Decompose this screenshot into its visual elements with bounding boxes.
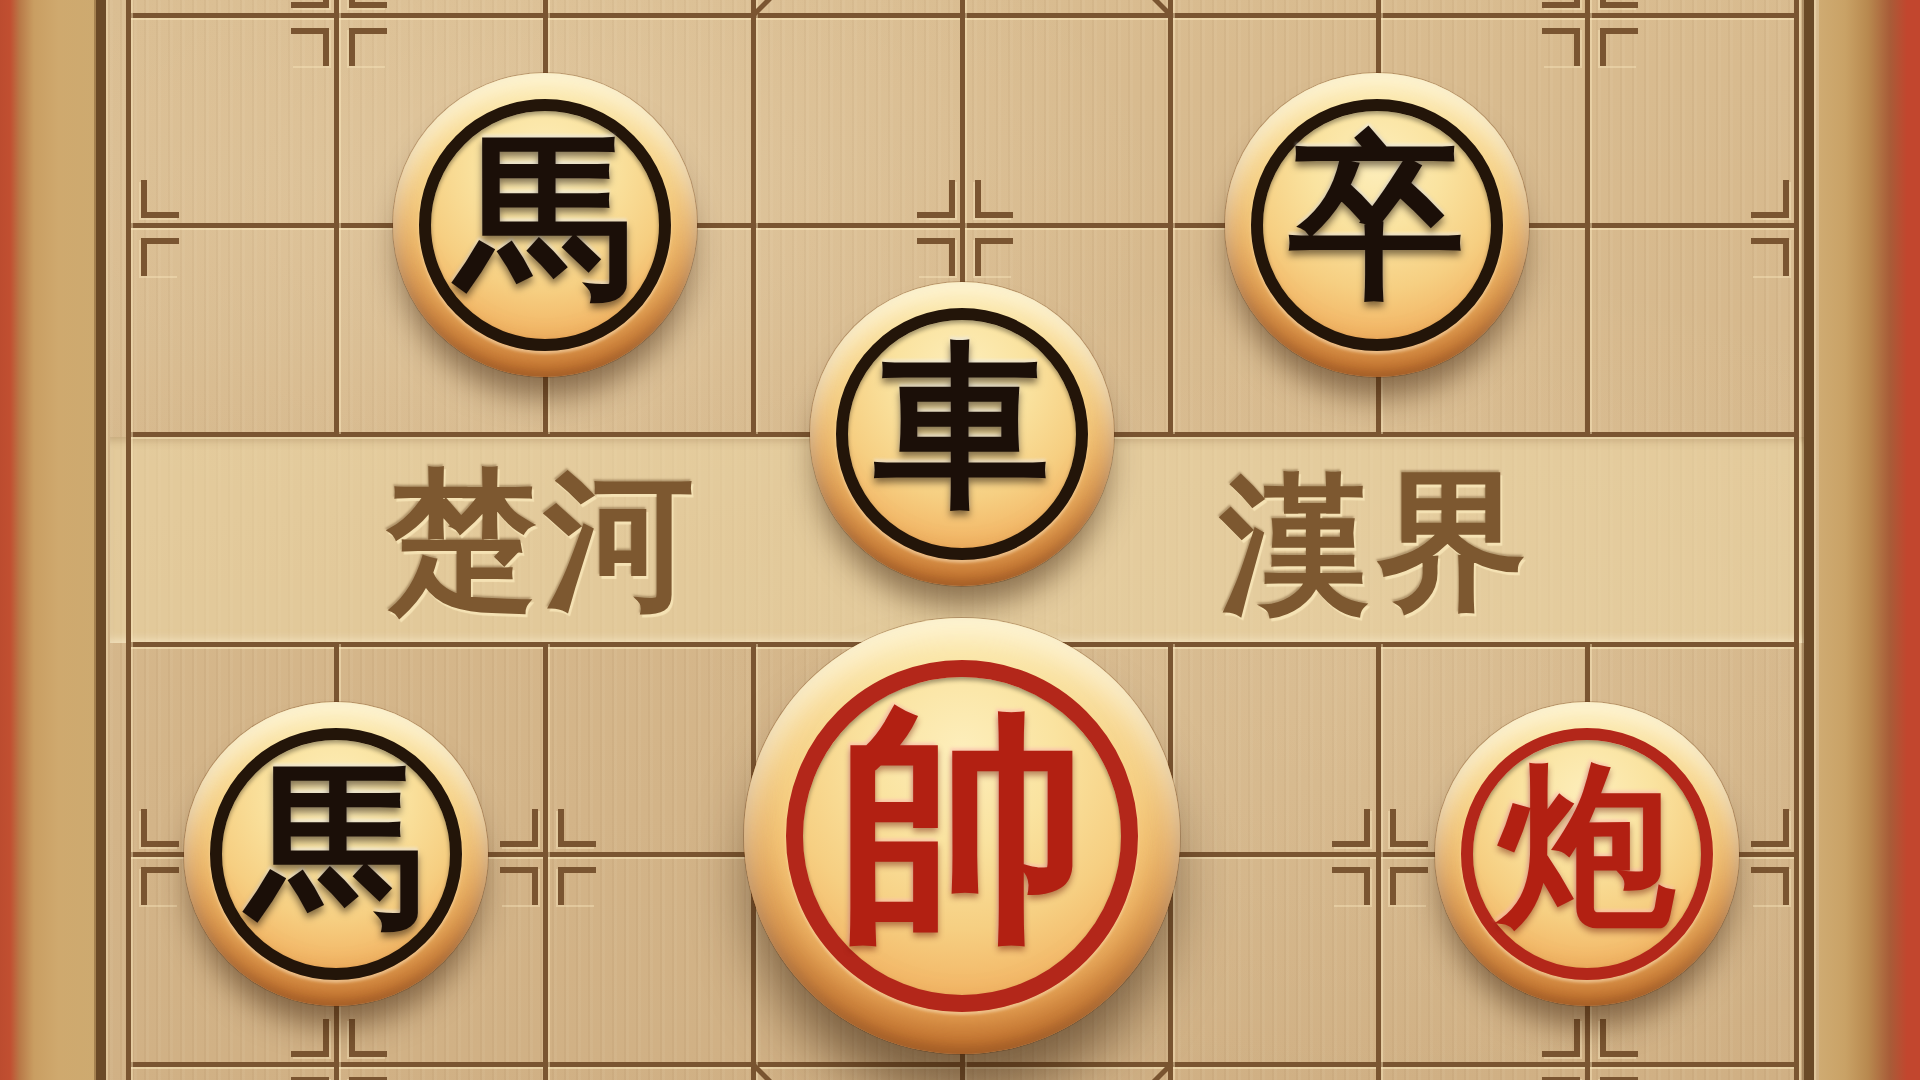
river-label: 界 xyxy=(1377,467,1527,617)
point-marker-bracket xyxy=(917,238,955,276)
point-marker-bracket xyxy=(558,867,596,905)
river-label: 河 xyxy=(544,467,694,617)
point-marker-bracket xyxy=(500,867,538,905)
file-line xyxy=(751,0,756,434)
piece-red-general[interactable]: 帥 xyxy=(744,618,1180,1054)
file-line xyxy=(1168,0,1173,434)
file-line xyxy=(334,0,339,434)
point-marker-bracket xyxy=(141,238,179,276)
point-marker-bracket xyxy=(291,28,329,66)
piece-black-horse[interactable]: 馬 xyxy=(184,702,488,1006)
piece-red-cannon[interactable]: 炮 xyxy=(1435,702,1739,1006)
point-marker-bracket xyxy=(1332,809,1370,847)
point-marker-bracket xyxy=(1751,180,1789,218)
point-marker-bracket xyxy=(1542,28,1580,66)
point-marker-bracket xyxy=(1751,238,1789,276)
file-line xyxy=(1585,0,1590,434)
point-marker-bracket xyxy=(1390,809,1428,847)
point-marker-bracket xyxy=(349,1019,387,1057)
board-right-margin-and-red-frame xyxy=(1819,0,1920,1080)
point-marker-bracket xyxy=(1600,1019,1638,1057)
point-marker-bracket xyxy=(500,809,538,847)
point-marker-bracket xyxy=(1332,867,1370,905)
piece-glyph: 馬 xyxy=(248,760,424,936)
board-border-line xyxy=(96,0,106,1080)
piece-glyph: 車 xyxy=(874,340,1050,516)
piece-glyph: 炮 xyxy=(1499,760,1675,936)
point-marker-bracket xyxy=(1600,0,1638,8)
point-marker-bracket xyxy=(917,180,955,218)
point-marker-bracket xyxy=(1751,867,1789,905)
point-marker-bracket xyxy=(349,0,387,8)
point-marker-bracket xyxy=(558,809,596,847)
file-line xyxy=(543,644,548,1080)
xiangqi-board-screen: 楚河漢界 馬卒車馬帥炮 xyxy=(0,0,1920,1080)
point-marker-bracket xyxy=(1751,809,1789,847)
point-marker-bracket xyxy=(975,238,1013,276)
point-marker-bracket xyxy=(291,0,329,8)
piece-black-chariot[interactable]: 車 xyxy=(810,282,1114,586)
piece-glyph: 馬 xyxy=(457,131,633,307)
point-marker-bracket xyxy=(1542,0,1580,8)
river-label: 楚 xyxy=(387,466,537,616)
piece-glyph: 卒 xyxy=(1289,131,1465,307)
point-marker-bracket xyxy=(141,809,179,847)
board-left-margin-and-red-frame xyxy=(0,0,101,1080)
file-line xyxy=(1794,0,1799,1080)
point-marker-bracket xyxy=(975,180,1013,218)
point-marker-bracket xyxy=(141,180,179,218)
piece-glyph: 帥 xyxy=(837,703,1087,953)
file-line xyxy=(1376,644,1381,1080)
point-marker-bracket xyxy=(141,867,179,905)
point-marker-bracket xyxy=(291,1019,329,1057)
piece-black-soldier[interactable]: 卒 xyxy=(1225,73,1529,377)
file-line xyxy=(126,0,131,1080)
point-marker-bracket xyxy=(349,28,387,66)
point-marker-bracket xyxy=(1390,867,1428,905)
point-marker-bracket xyxy=(1542,1019,1580,1057)
board-border-line xyxy=(1804,0,1814,1080)
piece-black-horse[interactable]: 馬 xyxy=(393,73,697,377)
river-label: 漢 xyxy=(1220,471,1370,621)
point-marker-bracket xyxy=(1600,28,1638,66)
